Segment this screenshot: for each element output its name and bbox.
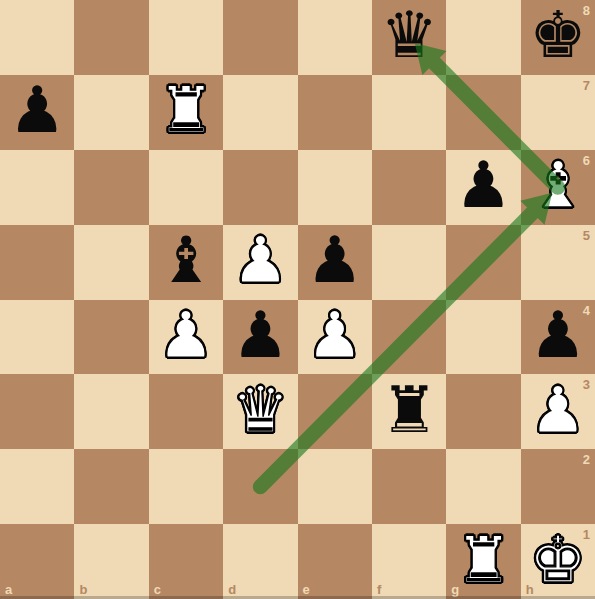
square-f4[interactable] xyxy=(372,300,446,375)
square-b5[interactable] xyxy=(74,225,148,300)
square-a7[interactable]: ♟ xyxy=(0,75,74,150)
square-a4[interactable] xyxy=(0,300,74,375)
square-e8[interactable] xyxy=(298,0,372,75)
piece-black-king[interactable]: ♚ xyxy=(529,3,586,67)
square-b2[interactable] xyxy=(74,449,148,524)
square-a6[interactable] xyxy=(0,150,74,225)
square-c4[interactable]: ♟ xyxy=(149,300,223,375)
square-d7[interactable] xyxy=(223,75,297,150)
square-a8[interactable] xyxy=(0,0,74,75)
piece-white-rook[interactable]: ♜ xyxy=(157,78,214,142)
square-g6[interactable]: ♟ xyxy=(446,150,520,225)
coord-file-d: d xyxy=(228,583,236,596)
square-f2[interactable] xyxy=(372,449,446,524)
square-g3[interactable] xyxy=(446,374,520,449)
square-c6[interactable] xyxy=(149,150,223,225)
square-h4[interactable]: ♟4 xyxy=(521,300,595,375)
square-e3[interactable] xyxy=(298,374,372,449)
piece-white-pawn[interactable]: ♟ xyxy=(232,228,289,292)
piece-white-pawn[interactable]: ♟ xyxy=(306,303,363,367)
piece-black-pawn[interactable]: ♟ xyxy=(455,153,512,217)
piece-black-pawn[interactable]: ♟ xyxy=(232,303,289,367)
square-h6[interactable]: ♝6 xyxy=(521,150,595,225)
piece-black-pawn[interactable]: ♟ xyxy=(9,78,66,142)
square-e6[interactable] xyxy=(298,150,372,225)
square-b8[interactable] xyxy=(74,0,148,75)
square-f6[interactable] xyxy=(372,150,446,225)
coord-rank-5: 5 xyxy=(583,229,590,242)
square-g2[interactable] xyxy=(446,449,520,524)
square-h3[interactable]: ♟3 xyxy=(521,374,595,449)
square-h8[interactable]: ♚8 xyxy=(521,0,595,75)
piece-black-rook[interactable]: ♜ xyxy=(380,378,437,442)
square-h5[interactable]: 5 xyxy=(521,225,595,300)
piece-white-pawn[interactable]: ♟ xyxy=(529,378,586,442)
square-g1[interactable]: ♜g xyxy=(446,524,520,599)
square-a3[interactable] xyxy=(0,374,74,449)
square-e2[interactable] xyxy=(298,449,372,524)
coord-file-e: e xyxy=(303,583,310,596)
square-d4[interactable]: ♟ xyxy=(223,300,297,375)
square-e4[interactable]: ♟ xyxy=(298,300,372,375)
square-f1[interactable]: f xyxy=(372,524,446,599)
square-c7[interactable]: ♜ xyxy=(149,75,223,150)
square-b1[interactable]: b xyxy=(74,524,148,599)
piece-black-pawn[interactable]: ♟ xyxy=(306,228,363,292)
piece-white-king[interactable]: ♚ xyxy=(529,528,586,592)
square-h1[interactable]: ♚h1 xyxy=(521,524,595,599)
square-g5[interactable] xyxy=(446,225,520,300)
coord-file-c: c xyxy=(154,583,161,596)
board-squares: ♛♚8♟♜7♟♝6♝♟♟5♟♟♟♟4♛♜♟32abcdef♜g♚h1 xyxy=(0,0,595,599)
square-f3[interactable]: ♜ xyxy=(372,374,446,449)
piece-white-queen[interactable]: ♛ xyxy=(232,378,289,442)
square-a1[interactable]: a xyxy=(0,524,74,599)
square-h7[interactable]: 7 xyxy=(521,75,595,150)
square-f5[interactable] xyxy=(372,225,446,300)
square-d6[interactable] xyxy=(223,150,297,225)
piece-black-pawn[interactable]: ♟ xyxy=(529,303,586,367)
square-b3[interactable] xyxy=(74,374,148,449)
chess-board: ♛♚8♟♜7♟♝6♝♟♟5♟♟♟♟4♛♜♟32abcdef♜g♚h1 xyxy=(0,0,595,599)
square-f8[interactable]: ♛ xyxy=(372,0,446,75)
piece-white-bishop[interactable]: ♝ xyxy=(529,153,586,217)
square-c8[interactable] xyxy=(149,0,223,75)
square-d2[interactable] xyxy=(223,449,297,524)
piece-white-pawn[interactable]: ♟ xyxy=(157,303,214,367)
square-b4[interactable] xyxy=(74,300,148,375)
square-b6[interactable] xyxy=(74,150,148,225)
square-d5[interactable]: ♟ xyxy=(223,225,297,300)
square-e7[interactable] xyxy=(298,75,372,150)
piece-black-queen[interactable]: ♛ xyxy=(380,3,437,67)
square-c3[interactable] xyxy=(149,374,223,449)
square-g4[interactable] xyxy=(446,300,520,375)
piece-black-bishop[interactable]: ♝ xyxy=(157,228,214,292)
square-a5[interactable] xyxy=(0,225,74,300)
square-c5[interactable]: ♝ xyxy=(149,225,223,300)
square-c2[interactable] xyxy=(149,449,223,524)
square-g7[interactable] xyxy=(446,75,520,150)
square-c1[interactable]: c xyxy=(149,524,223,599)
coord-rank-2: 2 xyxy=(583,453,590,466)
square-e5[interactable]: ♟ xyxy=(298,225,372,300)
square-g8[interactable] xyxy=(446,0,520,75)
coord-file-f: f xyxy=(377,583,381,596)
square-b7[interactable] xyxy=(74,75,148,150)
square-d1[interactable]: d xyxy=(223,524,297,599)
square-d8[interactable] xyxy=(223,0,297,75)
coord-file-a: a xyxy=(5,583,12,596)
square-a2[interactable] xyxy=(0,449,74,524)
square-d3[interactable]: ♛ xyxy=(223,374,297,449)
coord-file-b: b xyxy=(79,583,87,596)
square-e1[interactable]: e xyxy=(298,524,372,599)
piece-white-rook[interactable]: ♜ xyxy=(455,528,512,592)
coord-rank-7: 7 xyxy=(583,79,590,92)
square-h2[interactable]: 2 xyxy=(521,449,595,524)
square-f7[interactable] xyxy=(372,75,446,150)
